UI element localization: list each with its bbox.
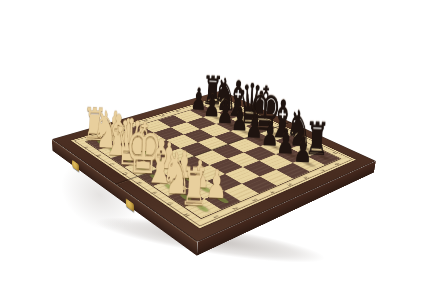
product-photo-stage: ♜♞♝♛♚♝♞♜♟♟♟♟♟♟♟♟♟♟♟♟♟♟♟♟♜♞♝♛♚♝♞♜ AABBCCD… [0,0,440,297]
piece-black-pawn[interactable]: ♟ [293,132,313,168]
board-frame: ♜♞♝♛♚♝♞♜♟♟♟♟♟♟♟♟♟♟♟♟♟♟♟♟♜♞♝♛♚♝♞♜ AABBCCD… [52,90,376,242]
brass-clasp-icon [126,198,135,212]
scene: ♜♞♝♛♚♝♞♜♟♟♟♟♟♟♟♟♟♟♟♟♟♟♟♟♜♞♝♛♚♝♞♜ AABBCCD… [0,0,440,297]
chess-board: ♜♞♝♛♚♝♞♜♟♟♟♟♟♟♟♟♟♟♟♟♟♟♟♟♜♞♝♛♚♝♞♜ AABBCCD… [52,90,376,242]
brass-clasp-icon [72,160,79,172]
piece-white-rook[interactable]: ♜ [179,160,210,214]
